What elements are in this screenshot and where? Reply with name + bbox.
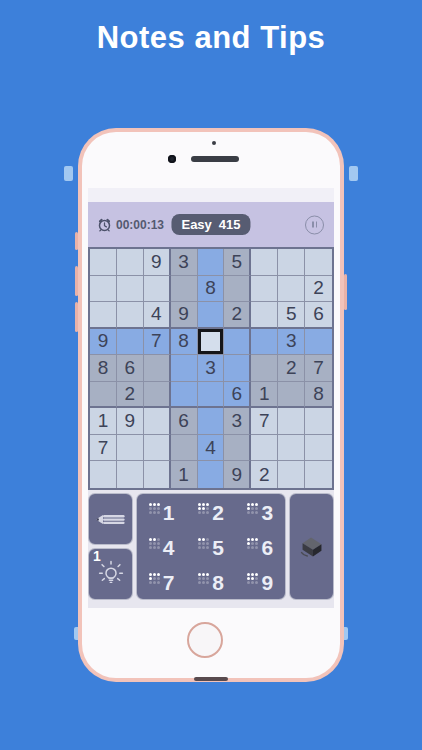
cell-r9c7[interactable]: 2 — [251, 461, 278, 488]
numpad-digit-label: 1 — [163, 501, 175, 525]
placed-count-dots — [247, 538, 258, 549]
numpad-key-9[interactable]: 9 — [236, 564, 285, 599]
cell-r6c4[interactable] — [171, 382, 198, 409]
placed-count-dots — [247, 573, 258, 584]
placed-count-dots — [198, 573, 209, 584]
phone-bezel: 00:00:13 Easy 415 9358249256978386327261… — [82, 132, 340, 678]
cell-r9c2[interactable] — [117, 461, 144, 488]
placed-count-dots — [149, 573, 160, 584]
front-camera — [168, 155, 176, 163]
cell-r9c6[interactable]: 9 — [224, 461, 251, 488]
cell-r2c7[interactable] — [251, 276, 278, 303]
cell-r7c8[interactable] — [278, 408, 305, 435]
status-bar — [88, 188, 334, 202]
cell-r6c8[interactable] — [278, 382, 305, 409]
cell-r6c1[interactable] — [90, 382, 117, 409]
cell-r7c4[interactable]: 6 — [171, 408, 198, 435]
cell-r8c5[interactable]: 4 — [198, 435, 225, 462]
eraser-icon — [295, 530, 329, 564]
cell-r5c3[interactable] — [144, 355, 171, 382]
lightning-port — [194, 677, 228, 681]
cell-r1c4[interactable]: 3 — [171, 249, 198, 276]
cell-r9c3[interactable] — [144, 461, 171, 488]
cell-r3c7[interactable] — [251, 302, 278, 329]
cell-r3c6[interactable]: 2 — [224, 302, 251, 329]
cell-r9c1[interactable] — [90, 461, 117, 488]
iphone-mockup: 00:00:13 Easy 415 9358249256978386327261… — [78, 128, 344, 682]
home-button[interactable] — [187, 622, 223, 658]
cell-r7c2[interactable]: 9 — [117, 408, 144, 435]
cell-r2c1[interactable] — [90, 276, 117, 303]
cell-r1c7[interactable] — [251, 249, 278, 276]
cell-r1c1[interactable] — [90, 249, 117, 276]
cell-r3c2[interactable] — [117, 302, 144, 329]
cell-r7c6[interactable]: 3 — [224, 408, 251, 435]
cell-r7c1[interactable]: 1 — [90, 408, 117, 435]
timer-value: 00:00:13 — [116, 218, 164, 232]
eraser-button[interactable] — [289, 493, 334, 600]
app-screen: 00:00:13 Easy 415 9358249256978386327261… — [88, 188, 334, 608]
cell-r9c5[interactable] — [198, 461, 225, 488]
cell-r1c8[interactable] — [278, 249, 305, 276]
pencil-icon — [95, 513, 127, 526]
cell-r4c9[interactable] — [305, 329, 332, 356]
cell-r5c8[interactable]: 2 — [278, 355, 305, 382]
cell-r8c1[interactable]: 7 — [90, 435, 117, 462]
template-tick-mark — [349, 166, 358, 181]
cell-r6c9[interactable]: 8 — [305, 382, 332, 409]
placed-count-dots — [149, 503, 160, 514]
cell-r4c8[interactable]: 3 — [278, 329, 305, 356]
sudoku-board: 935824925697838632726181963774192 — [88, 247, 334, 490]
numpad-digit-label: 9 — [261, 571, 273, 595]
cell-r2c9[interactable]: 2 — [305, 276, 332, 303]
cell-r8c9[interactable] — [305, 435, 332, 462]
volume-up-button — [75, 266, 78, 296]
placed-count-dots — [198, 503, 209, 514]
pause-button[interactable] — [305, 215, 324, 234]
cell-r7c5[interactable] — [198, 408, 225, 435]
cell-r1c6[interactable]: 5 — [224, 249, 251, 276]
cell-r3c8[interactable]: 5 — [278, 302, 305, 329]
cell-r1c2[interactable] — [117, 249, 144, 276]
cell-r2c8[interactable] — [278, 276, 305, 303]
game-header: 00:00:13 Easy 415 — [88, 202, 334, 247]
placed-count-dots — [198, 538, 209, 549]
keypad: 1 123456789 — [88, 490, 334, 600]
numpad-digit-label: 3 — [261, 501, 273, 525]
mute-switch — [75, 232, 78, 250]
cell-r3c5[interactable] — [198, 302, 225, 329]
volume-down-button — [75, 302, 78, 332]
template-tick-mark — [64, 166, 73, 181]
cell-r6c3[interactable] — [144, 382, 171, 409]
cell-r3c9[interactable]: 6 — [305, 302, 332, 329]
cell-r2c3[interactable] — [144, 276, 171, 303]
alarm-clock-icon — [97, 217, 112, 232]
cell-r2c4[interactable] — [171, 276, 198, 303]
puzzle-number: 415 — [219, 217, 241, 232]
cell-r9c4[interactable]: 1 — [171, 461, 198, 488]
cell-r6c6[interactable]: 6 — [224, 382, 251, 409]
pencil-notes-button[interactable] — [88, 493, 133, 545]
numpad-key-2[interactable]: 2 — [186, 494, 235, 529]
page-title: Notes and Tips — [0, 20, 422, 56]
cell-r9c9[interactable] — [305, 461, 332, 488]
cell-r6c5[interactable] — [198, 382, 225, 409]
timer-group: 00:00:13 — [97, 217, 164, 232]
cell-r5c4[interactable] — [171, 355, 198, 382]
cell-r7c3[interactable] — [144, 408, 171, 435]
tools-column: 1 — [88, 493, 133, 600]
cell-r2c6[interactable] — [224, 276, 251, 303]
cell-r4c2[interactable] — [117, 329, 144, 356]
cell-r5c7[interactable] — [251, 355, 278, 382]
cell-r8c6[interactable] — [224, 435, 251, 462]
cell-r6c7[interactable]: 1 — [251, 382, 278, 409]
cell-r8c2[interactable] — [117, 435, 144, 462]
numpad-key-6[interactable]: 6 — [236, 529, 285, 564]
hint-count-badge: 1 — [93, 549, 101, 563]
numpad-key-1[interactable]: 1 — [137, 494, 186, 529]
cell-r4c3[interactable]: 7 — [144, 329, 171, 356]
placed-count-dots — [149, 538, 160, 549]
numpad-key-5[interactable]: 5 — [186, 529, 235, 564]
cell-r2c2[interactable] — [117, 276, 144, 303]
cell-r7c9[interactable] — [305, 408, 332, 435]
cell-r4c4[interactable]: 8 — [171, 329, 198, 356]
cell-r4c5[interactable] — [198, 329, 225, 356]
cell-r5c9[interactable]: 7 — [305, 355, 332, 382]
cell-r5c5[interactable]: 3 — [198, 355, 225, 382]
numpad-key-7[interactable]: 7 — [137, 564, 186, 599]
cell-r2c5[interactable]: 8 — [198, 276, 225, 303]
cell-r8c8[interactable] — [278, 435, 305, 462]
placed-count-dots — [247, 503, 258, 514]
cell-r9c8[interactable] — [278, 461, 305, 488]
proximity-sensor — [212, 141, 216, 145]
screenshot-canvas: Notes and Tips — [0, 0, 422, 750]
cell-r1c5[interactable] — [198, 249, 225, 276]
cell-r3c1[interactable] — [90, 302, 117, 329]
numpad-key-3[interactable]: 3 — [236, 494, 285, 529]
numpad-digit-label: 7 — [163, 571, 175, 595]
numpad-digit-label: 8 — [212, 571, 224, 595]
numpad-key-8[interactable]: 8 — [186, 564, 235, 599]
numpad-digit-label: 5 — [212, 536, 224, 560]
cell-r7c7[interactable]: 7 — [251, 408, 278, 435]
cell-r6c2[interactable]: 2 — [117, 382, 144, 409]
cell-r8c4[interactable] — [171, 435, 198, 462]
cell-r8c3[interactable] — [144, 435, 171, 462]
numpad-digit-label: 6 — [261, 536, 273, 560]
cell-r1c3[interactable]: 9 — [144, 249, 171, 276]
cell-r5c6[interactable] — [224, 355, 251, 382]
difficulty-badge: Easy 415 — [171, 214, 250, 235]
power-button — [344, 274, 347, 310]
cell-r4c7[interactable] — [251, 329, 278, 356]
hint-button[interactable]: 1 — [88, 548, 133, 600]
cell-r4c1[interactable]: 9 — [90, 329, 117, 356]
cell-r3c3[interactable]: 4 — [144, 302, 171, 329]
cell-r1c9[interactable] — [305, 249, 332, 276]
numpad-key-4[interactable]: 4 — [137, 529, 186, 564]
cell-r5c2[interactable]: 6 — [117, 355, 144, 382]
cell-r8c7[interactable] — [251, 435, 278, 462]
numpad-digit-label: 4 — [163, 536, 175, 560]
cell-r4c6[interactable] — [224, 329, 251, 356]
difficulty-label: Easy — [181, 217, 211, 232]
numpad-digit-label: 2 — [212, 501, 224, 525]
earpiece-speaker — [191, 156, 239, 162]
cell-r5c1[interactable]: 8 — [90, 355, 117, 382]
number-pad: 123456789 — [136, 493, 286, 600]
cell-r3c4[interactable]: 9 — [171, 302, 198, 329]
